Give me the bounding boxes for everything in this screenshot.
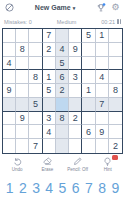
cell-r1c2[interactable] bbox=[16, 29, 29, 43]
cell-r3c1[interactable]: 4 bbox=[3, 57, 16, 71]
cell-r6c1[interactable] bbox=[3, 98, 16, 112]
cell-r6c6[interactable] bbox=[69, 98, 82, 112]
cell-r8c1[interactable] bbox=[3, 125, 16, 139]
cell-r2c6[interactable]: 9 bbox=[69, 43, 82, 57]
cell-r6c5[interactable] bbox=[56, 98, 69, 112]
cell-r5c1[interactable]: 9 bbox=[3, 84, 16, 98]
cell-r2c5[interactable]: 4 bbox=[56, 43, 69, 57]
cell-r5c6[interactable] bbox=[69, 84, 82, 98]
cell-r9c6[interactable] bbox=[69, 139, 82, 153]
cell-r2c2[interactable]: 8 bbox=[16, 43, 29, 57]
gear-icon[interactable]: ⚙ bbox=[110, 2, 121, 13]
cell-r2c4[interactable]: 2 bbox=[43, 43, 56, 57]
numpad-9[interactable]: 9 bbox=[111, 181, 119, 195]
mistakes-counter: Mistakes: 0 bbox=[4, 19, 32, 25]
undo-button[interactable]: Undo bbox=[4, 157, 30, 172]
number-pad: 123456789 bbox=[0, 178, 125, 198]
cell-r3c3[interactable] bbox=[29, 57, 42, 71]
cell-r6c4[interactable] bbox=[43, 98, 56, 112]
cell-r8c2[interactable] bbox=[16, 125, 29, 139]
cell-r9c2[interactable] bbox=[16, 139, 29, 153]
cell-r2c8[interactable] bbox=[96, 43, 109, 57]
cell-r8c8[interactable]: 9 bbox=[96, 125, 109, 139]
cell-r5c9[interactable]: 8 bbox=[109, 84, 122, 98]
cell-r6c8[interactable]: 7 bbox=[96, 98, 109, 112]
cell-r5c8[interactable] bbox=[96, 84, 109, 98]
cell-r6c3[interactable]: 5 bbox=[29, 98, 42, 112]
cell-r1c9[interactable] bbox=[109, 29, 122, 43]
cell-r4c8[interactable]: 4 bbox=[96, 70, 109, 84]
pencil-label: Pencil: Off bbox=[67, 167, 88, 172]
undo-label: Undo bbox=[12, 167, 23, 172]
cell-r4c4[interactable]: 1 bbox=[43, 70, 56, 84]
cell-r9c8[interactable] bbox=[96, 139, 109, 153]
cell-r8c6[interactable] bbox=[69, 125, 82, 139]
cell-r7c1[interactable] bbox=[3, 112, 16, 126]
pause-icon[interactable] bbox=[117, 19, 121, 24]
cell-r2c3[interactable] bbox=[29, 43, 42, 57]
sudoku-board: 751824945816349521857938246972 bbox=[2, 28, 123, 154]
cell-r1c6[interactable] bbox=[69, 29, 82, 43]
numpad-1[interactable]: 1 bbox=[6, 181, 14, 195]
cell-r9c3[interactable]: 7 bbox=[29, 139, 42, 153]
cell-r7c8[interactable] bbox=[96, 112, 109, 126]
cell-r4c1[interactable] bbox=[3, 70, 16, 84]
cell-r8c3[interactable] bbox=[29, 125, 42, 139]
cell-r2c1[interactable] bbox=[3, 43, 16, 57]
cell-r9c5[interactable] bbox=[56, 139, 69, 153]
cell-r9c7[interactable] bbox=[82, 139, 95, 153]
cell-r7c4[interactable]: 3 bbox=[43, 112, 56, 126]
cell-r3c5[interactable]: 5 bbox=[56, 57, 69, 71]
cell-r9c1[interactable] bbox=[3, 139, 16, 153]
status-bar: Mistakes: 0 Medium 00:21 bbox=[0, 16, 125, 27]
cell-r7c3[interactable] bbox=[29, 112, 42, 126]
cell-r3c4[interactable] bbox=[43, 57, 56, 71]
cell-r9c9[interactable]: 2 bbox=[109, 139, 122, 153]
top-bar: New Game ▾ ⚙ bbox=[0, 0, 125, 15]
page-title: New Game bbox=[35, 4, 71, 11]
cell-r3c9[interactable] bbox=[109, 57, 122, 71]
numpad-3[interactable]: 3 bbox=[32, 181, 40, 195]
numpad-2[interactable]: 2 bbox=[19, 181, 27, 195]
numpad-8[interactable]: 8 bbox=[98, 181, 106, 195]
cell-r1c4[interactable]: 7 bbox=[43, 29, 56, 43]
cell-r5c3[interactable] bbox=[29, 84, 42, 98]
new-game-dropdown[interactable]: New Game ▾ bbox=[35, 4, 75, 11]
numpad-5[interactable]: 5 bbox=[59, 181, 67, 195]
cell-r1c1[interactable] bbox=[3, 29, 16, 43]
cell-r3c6[interactable] bbox=[69, 57, 82, 71]
erase-label: Erase bbox=[41, 167, 53, 172]
cell-r5c2[interactable] bbox=[16, 84, 29, 98]
cell-r4c5[interactable]: 6 bbox=[56, 70, 69, 84]
cell-r5c4[interactable]: 5 bbox=[43, 84, 56, 98]
cell-r1c5[interactable] bbox=[56, 29, 69, 43]
cell-r7c7[interactable] bbox=[82, 112, 95, 126]
pencil-button[interactable]: Pencil: Off bbox=[65, 157, 91, 172]
cell-r5c7[interactable]: 1 bbox=[82, 84, 95, 98]
cell-r7c9[interactable] bbox=[109, 112, 122, 126]
hint-badge bbox=[112, 155, 118, 160]
cell-r7c6[interactable]: 2 bbox=[69, 112, 82, 126]
timer: 00:21 bbox=[101, 19, 115, 25]
cell-r9c4[interactable] bbox=[43, 139, 56, 153]
trophy-icon[interactable] bbox=[95, 2, 106, 13]
chevron-down-icon: ▾ bbox=[73, 5, 76, 11]
cell-r5c5[interactable]: 2 bbox=[56, 84, 69, 98]
cell-r6c9[interactable] bbox=[109, 98, 122, 112]
numpad-6[interactable]: 6 bbox=[72, 181, 80, 195]
cell-r2c7[interactable] bbox=[82, 43, 95, 57]
cell-r4c7[interactable] bbox=[82, 70, 95, 84]
cell-r1c8[interactable]: 1 bbox=[96, 29, 109, 43]
remove-ads-icon[interactable] bbox=[4, 2, 15, 13]
cell-r1c3[interactable] bbox=[29, 29, 42, 43]
cell-r4c6[interactable]: 3 bbox=[69, 70, 82, 84]
cell-r3c8[interactable] bbox=[96, 57, 109, 71]
cell-r6c2[interactable] bbox=[16, 98, 29, 112]
cell-r3c2[interactable] bbox=[16, 57, 29, 71]
numpad-7[interactable]: 7 bbox=[85, 181, 93, 195]
erase-button[interactable]: Erase bbox=[34, 157, 60, 172]
cell-r4c9[interactable] bbox=[109, 70, 122, 84]
hint-button[interactable]: Hint bbox=[95, 157, 121, 172]
cell-r1c7[interactable]: 5 bbox=[82, 29, 95, 43]
numpad-4[interactable]: 4 bbox=[45, 181, 53, 195]
cell-r8c9[interactable] bbox=[109, 125, 122, 139]
cell-r7c2[interactable]: 9 bbox=[16, 112, 29, 126]
cell-r6c7[interactable] bbox=[82, 98, 95, 112]
difficulty-label: Medium bbox=[57, 19, 77, 25]
hint-label: Hint bbox=[104, 167, 112, 172]
cell-r2c9[interactable] bbox=[109, 43, 122, 57]
toolbar: Undo Erase Pencil: Off Hint bbox=[0, 157, 125, 177]
cell-r8c7[interactable]: 6 bbox=[82, 125, 95, 139]
cell-r4c3[interactable]: 8 bbox=[29, 70, 42, 84]
cell-r7c5[interactable]: 8 bbox=[56, 112, 69, 126]
cell-r8c5[interactable] bbox=[56, 125, 69, 139]
cell-r4c2[interactable] bbox=[16, 70, 29, 84]
cell-r3c7[interactable] bbox=[82, 57, 95, 71]
cell-r8c4[interactable]: 4 bbox=[43, 125, 56, 139]
